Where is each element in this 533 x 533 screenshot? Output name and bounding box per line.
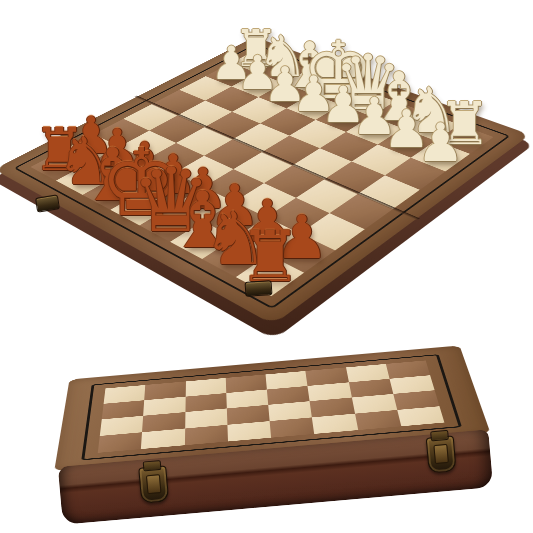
closed-box bbox=[42, 298, 495, 525]
edge-clasp-front-icon[interactable] bbox=[245, 280, 273, 297]
pinstripe-border bbox=[14, 44, 511, 309]
box-latch-left-icon[interactable] bbox=[138, 466, 169, 504]
box-latch-right-icon[interactable] bbox=[426, 435, 457, 473]
product-photo: ♜♞♝♚♛♝♞♜♟♟♟♟♟♟♟♟♟♟♟♟♟♟♟♟♜♞♝♚♛♝♞♜ bbox=[0, 0, 533, 533]
